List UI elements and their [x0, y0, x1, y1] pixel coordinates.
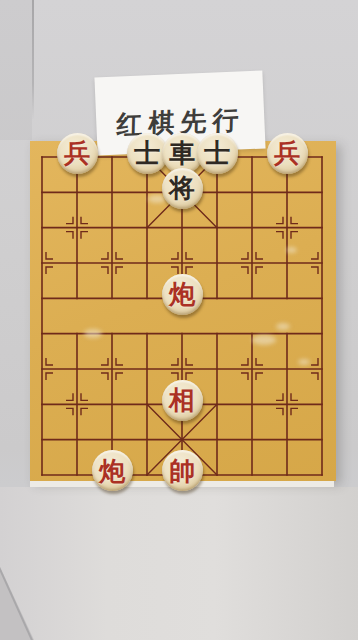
piece-label: 炮: [99, 458, 125, 484]
piece-red-soldier-right[interactable]: 兵: [267, 133, 308, 174]
piece-label: 将: [169, 175, 195, 201]
piece-label: 帥: [169, 458, 195, 484]
piece-label: 炮: [169, 281, 195, 307]
piece-label: 車: [169, 140, 195, 166]
surface-below-board: [0, 487, 358, 640]
piece-red-cannon-center[interactable]: 炮: [162, 274, 203, 315]
piece-black-general[interactable]: 将: [162, 168, 203, 209]
piece-label: 兵: [64, 140, 90, 166]
wall-seam: [32, 0, 34, 120]
piece-red-soldier-left[interactable]: 兵: [57, 133, 98, 174]
piece-black-advisor-right[interactable]: 士: [197, 133, 238, 174]
piece-red-elephant[interactable]: 相: [162, 380, 203, 421]
piece-label: 士: [204, 140, 230, 166]
piece-label: 兵: [274, 140, 300, 166]
piece-label: 士: [134, 140, 160, 166]
pieces-layer: 兵士車士兵将炮相炮帥: [30, 141, 336, 481]
piece-label: 相: [169, 387, 195, 413]
photo-scene: 红棋先行 兵士車士兵将炮相炮帥: [0, 0, 358, 640]
piece-red-general[interactable]: 帥: [162, 450, 203, 491]
wall-shade: [0, 0, 32, 140]
piece-red-cannon-bottom[interactable]: 炮: [92, 450, 133, 491]
